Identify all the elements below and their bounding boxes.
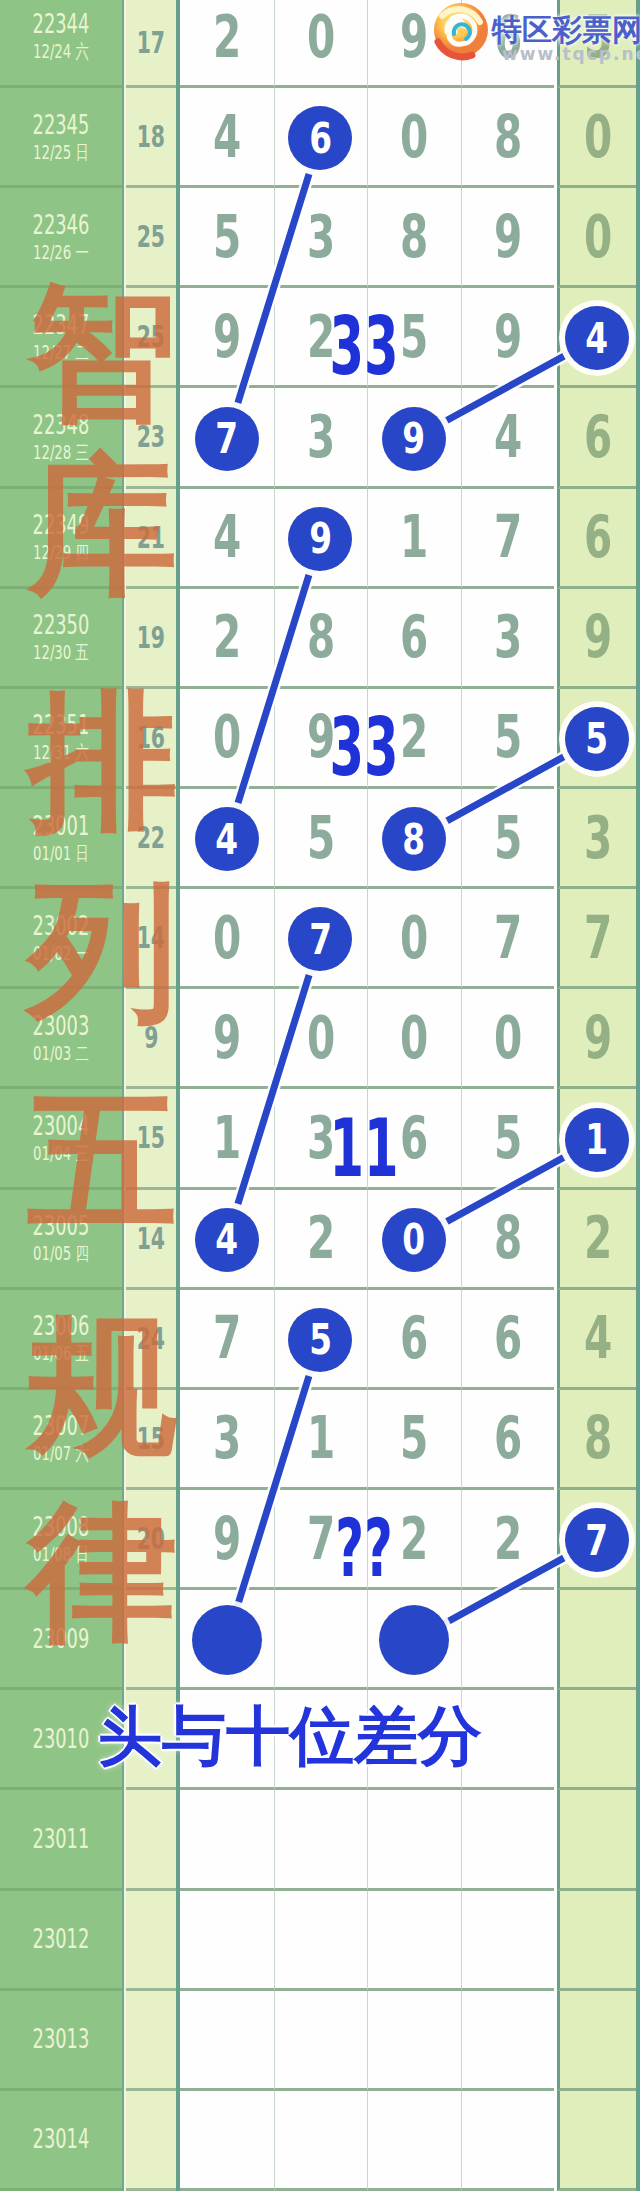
connector-line [227,138,321,438]
connector-line [414,739,597,839]
pailie5-trend-chart: 2234412/24 六17209652234512/25 日184608022… [0,0,640,2191]
connector-line [414,1540,597,1640]
connector-line [227,939,321,1239]
connector-lines [0,0,640,2191]
bottom-caption: 头与十位差分 [98,1698,498,1774]
connector-line [227,1340,321,1640]
connector-line [414,338,597,438]
connector-line [227,539,321,839]
connector-line [414,1140,597,1240]
